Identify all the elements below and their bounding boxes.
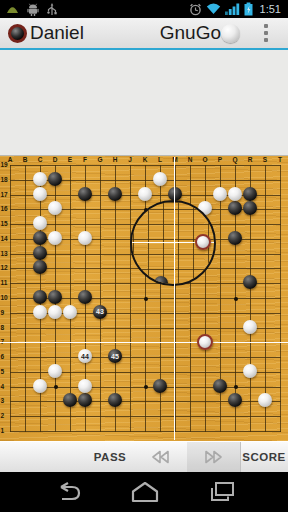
stone-black-L4 (153, 379, 167, 393)
clock-time: 1:51 (257, 3, 284, 15)
stone-white-F4 (78, 379, 92, 393)
stone-white-L18 (153, 172, 167, 186)
pass-label: PASS (94, 451, 126, 463)
stone-black-F17 (78, 187, 92, 201)
move-number-H6: 45 (111, 353, 119, 360)
row-label-15: 15 (1, 220, 10, 227)
col-label-B: B (20, 156, 30, 163)
stone-black-D10 (48, 290, 62, 304)
stone-white-P17 (213, 187, 227, 201)
col-label-O: O (200, 156, 210, 163)
rewind-button[interactable] (140, 442, 180, 472)
forward-button[interactable] (187, 442, 240, 472)
stone-black-Q14 (228, 231, 242, 245)
alarm-clock-icon (189, 3, 202, 16)
status-icons-left (0, 3, 57, 16)
warning-triangle-icon (6, 4, 19, 14)
white-stone-icon (221, 24, 240, 43)
stone-white-E9 (63, 305, 77, 319)
col-label-K: K (140, 156, 150, 163)
stone-black-C12 (33, 260, 47, 274)
stone-black-D18 (48, 172, 62, 186)
cursor-vline (174, 157, 175, 440)
stone-white-C4 (33, 379, 47, 393)
toolbar: PASS SCORE (0, 441, 288, 472)
row-label-10: 10 (1, 294, 10, 301)
row-label-18: 18 (1, 176, 10, 183)
stone-white-Q17 (228, 187, 242, 201)
stone-white-R5 (243, 364, 257, 378)
col-label-J: J (125, 156, 135, 163)
hoshi-K4 (144, 385, 148, 389)
stone-black-R17 (243, 187, 257, 201)
col-label-E: E (65, 156, 75, 163)
col-label-C: C (35, 156, 45, 163)
stone-white-C15 (33, 216, 47, 230)
stone-black-H3 (108, 393, 122, 407)
signal-bars-icon (225, 3, 240, 15)
hoshi-D4 (54, 385, 58, 389)
grid-line-row-19 (10, 165, 281, 166)
row-label-2: 2 (1, 412, 10, 419)
loupe-last-move-stone (195, 234, 211, 250)
col-label-Q: Q (230, 156, 240, 163)
stone-black-C14 (33, 231, 47, 245)
grid-line-row-8 (10, 328, 281, 329)
stone-white-D14 (48, 231, 62, 245)
stone-black-P4 (213, 379, 227, 393)
hoshi-Q10 (234, 297, 238, 301)
row-label-13: 13 (1, 250, 10, 257)
score-label: SCORE (242, 451, 285, 463)
stone-black-Q3 (228, 393, 242, 407)
stone-white-C17 (33, 187, 47, 201)
loupe-magnifier (130, 200, 216, 286)
pass-button[interactable]: PASS (70, 442, 150, 472)
stone-black-C10 (33, 290, 47, 304)
stone-white-R8 (243, 320, 257, 334)
col-label-T: T (275, 156, 285, 163)
stone-black-G9: 43 (93, 305, 107, 319)
col-label-F: F (80, 156, 90, 163)
hoshi-K10 (144, 297, 148, 301)
row-label-8: 8 (1, 324, 10, 331)
stone-black-F3 (78, 393, 92, 407)
move-number-G9: 43 (96, 308, 104, 315)
col-label-N: N (185, 156, 195, 163)
col-label-S: S (260, 156, 270, 163)
grid-line-row-11 (10, 283, 281, 284)
row-label-5: 5 (1, 368, 10, 375)
col-label-D: D (50, 156, 60, 163)
stone-black-H6: 45 (108, 349, 122, 363)
black-stone-icon (8, 24, 27, 43)
col-label-G: G (95, 156, 105, 163)
rewind-icon (150, 450, 170, 464)
usb-icon (47, 3, 57, 16)
row-label-19: 19 (1, 161, 10, 168)
overflow-menu-button[interactable] (262, 22, 270, 44)
stone-black-R11 (243, 275, 257, 289)
action-bar: Daniel GnuGo (0, 18, 288, 48)
stone-white-K17 (138, 187, 152, 201)
stone-black-C13 (33, 246, 47, 260)
stone-white-C18 (33, 172, 47, 186)
stone-white-S3 (258, 393, 272, 407)
recents-button-icon[interactable] (209, 481, 235, 503)
go-board[interactable]: ABCDEFGHJKLMNOPQRST191817161514131211109… (0, 156, 288, 441)
stone-white-F6: 44 (78, 349, 92, 363)
stone-black-Q16 (228, 201, 242, 215)
battery-charging-icon (244, 2, 253, 16)
row-label-9: 9 (1, 309, 10, 316)
message-area (0, 50, 288, 156)
back-button-icon[interactable] (52, 481, 82, 503)
score-button[interactable]: SCORE (240, 442, 288, 472)
grid-line-row-1 (10, 431, 281, 432)
row-label-6: 6 (1, 353, 10, 360)
row-label-4: 4 (1, 383, 10, 390)
stone-black-H17 (108, 187, 122, 201)
col-label-P: P (215, 156, 225, 163)
status-icons-right: 1:51 (189, 2, 288, 16)
stone-white-D16 (48, 201, 62, 215)
black-player-name: Daniel (30, 22, 84, 44)
row-label-1: 1 (1, 427, 10, 434)
white-player-name: GnuGo (160, 22, 221, 44)
col-label-R: R (245, 156, 255, 163)
row-label-16: 16 (1, 205, 10, 212)
row-label-3: 3 (1, 397, 10, 404)
screen: 1:51 Daniel GnuGo ABCDEFGHJKLMNOPQRST191… (0, 0, 288, 512)
grid-line-row-6 (10, 357, 281, 358)
status-bar: 1:51 (0, 0, 288, 18)
nav-bar (0, 472, 288, 512)
stone-black-R16 (243, 201, 257, 215)
fast-forward-icon (204, 450, 224, 464)
stone-white-C9 (33, 305, 47, 319)
col-label-H: H (110, 156, 120, 163)
stone-white-D5 (48, 364, 62, 378)
row-label-17: 17 (1, 191, 10, 198)
stone-black-E3 (63, 393, 77, 407)
row-label-12: 12 (1, 264, 10, 271)
move-number-F6: 44 (81, 353, 89, 360)
stone-black-F10 (78, 290, 92, 304)
android-droid-icon (27, 3, 39, 16)
grid-line-row-2 (10, 416, 281, 417)
stone-white-F14 (78, 231, 92, 245)
col-label-L: L (155, 156, 165, 163)
stone-white-D9 (48, 305, 62, 319)
stone-white-O7 (197, 334, 213, 350)
hoshi-Q4 (234, 385, 238, 389)
home-button-icon[interactable] (131, 481, 159, 503)
row-label-11: 11 (1, 279, 10, 286)
wifi-icon (206, 3, 221, 15)
row-label-14: 14 (1, 235, 10, 242)
loupe-black-stone (154, 276, 168, 286)
cursor-hline (0, 342, 288, 343)
